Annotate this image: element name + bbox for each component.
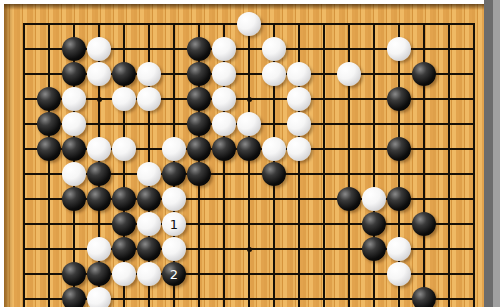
stone-black <box>362 237 386 261</box>
stone-white <box>237 12 261 36</box>
grid-line-vertical <box>23 23 25 307</box>
stone-white <box>212 87 236 111</box>
go-board-screenshot: 12 <box>0 0 500 307</box>
stone-white <box>112 262 136 286</box>
board-top-edge-shadow <box>4 4 484 10</box>
star-point <box>247 97 252 102</box>
board-right-edge-shadow <box>484 0 493 307</box>
stone-white <box>362 187 386 211</box>
stone-black <box>237 137 261 161</box>
stone-black <box>62 137 86 161</box>
grid-line-vertical <box>48 23 50 307</box>
stone-black <box>412 212 436 236</box>
stone-black <box>62 62 86 86</box>
stone-black <box>112 212 136 236</box>
stone-black <box>187 112 211 136</box>
stone-white <box>387 37 411 61</box>
grid-line-vertical <box>448 23 450 307</box>
stone-white: 1 <box>162 212 186 236</box>
stone-black <box>387 187 411 211</box>
grid-line-vertical <box>248 23 250 307</box>
stone-white <box>262 62 286 86</box>
board-left-edge-shadow <box>4 4 13 307</box>
stone-move-number-label: 1 <box>170 218 178 231</box>
stone-white <box>62 112 86 136</box>
stone-white <box>262 137 286 161</box>
stone-black <box>187 87 211 111</box>
stone-move-number-label: 2 <box>170 268 178 281</box>
stone-white <box>112 87 136 111</box>
stone-white <box>62 87 86 111</box>
stone-white <box>162 187 186 211</box>
stone-white <box>137 162 161 186</box>
stone-black <box>37 137 61 161</box>
stone-black <box>62 187 86 211</box>
stone-black <box>62 37 86 61</box>
stone-black <box>112 237 136 261</box>
stone-white <box>162 237 186 261</box>
board-right-edge-background <box>493 0 500 307</box>
stone-white <box>87 62 111 86</box>
stone-black <box>112 62 136 86</box>
stone-white <box>112 137 136 161</box>
stone-black <box>62 262 86 286</box>
stone-black <box>137 237 161 261</box>
stone-white <box>137 262 161 286</box>
stone-white <box>137 87 161 111</box>
stone-black <box>137 187 161 211</box>
star-point <box>97 97 102 102</box>
stone-black <box>87 262 111 286</box>
stone-black <box>87 162 111 186</box>
stone-white <box>287 87 311 111</box>
grid-line-vertical <box>323 23 325 307</box>
stone-white <box>212 112 236 136</box>
stone-black <box>87 187 111 211</box>
stone-white <box>87 287 111 307</box>
stone-black <box>62 287 86 307</box>
stone-white <box>237 112 261 136</box>
stone-black <box>187 62 211 86</box>
stone-white <box>137 212 161 236</box>
stone-white <box>87 237 111 261</box>
stone-black <box>112 187 136 211</box>
stone-white <box>162 137 186 161</box>
stone-white <box>287 112 311 136</box>
stone-white <box>87 37 111 61</box>
stone-black <box>387 87 411 111</box>
stone-white <box>137 62 161 86</box>
stone-black <box>162 162 186 186</box>
stone-white <box>62 162 86 186</box>
stone-black: 2 <box>162 262 186 286</box>
grid-line-horizontal <box>23 223 475 225</box>
stone-black <box>362 212 386 236</box>
stone-black <box>187 37 211 61</box>
stone-white <box>87 137 111 161</box>
stone-black <box>337 187 361 211</box>
stone-white <box>212 62 236 86</box>
grid-line-vertical <box>373 23 375 307</box>
grid-line-vertical <box>473 23 475 307</box>
stone-black <box>262 162 286 186</box>
stone-black <box>37 87 61 111</box>
stone-black <box>412 62 436 86</box>
stone-black <box>212 137 236 161</box>
stone-black <box>412 287 436 307</box>
stone-white <box>287 137 311 161</box>
stone-white <box>262 37 286 61</box>
stone-black <box>37 112 61 136</box>
stone-black <box>187 137 211 161</box>
stone-black <box>187 162 211 186</box>
stone-black <box>387 137 411 161</box>
stone-white <box>287 62 311 86</box>
star-point <box>247 247 252 252</box>
stone-white <box>387 262 411 286</box>
stone-white <box>337 62 361 86</box>
stone-white <box>212 37 236 61</box>
stone-white <box>387 237 411 261</box>
